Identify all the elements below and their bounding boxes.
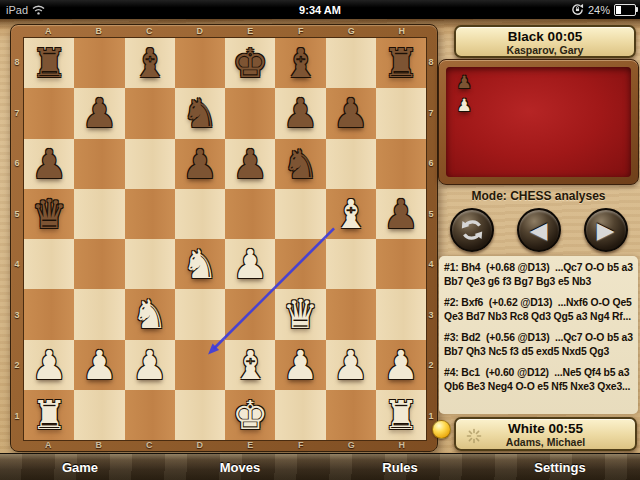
file-label: F [276, 25, 327, 37]
square-g5[interactable]: ♝ [326, 189, 376, 239]
file-label: E [225, 25, 276, 37]
square-f6[interactable]: ♞ [275, 139, 325, 189]
analysis-line-4[interactable]: #4: Bc1 (+0.60 @D12) ...Ne5 Qf4 b5 a3 Qb… [444, 366, 634, 393]
piece-white-knight[interactable]: ♞ [175, 239, 225, 289]
piece-black-pawn[interactable]: ♟ [24, 139, 74, 189]
file-label: G [326, 25, 377, 37]
square-h4[interactable] [376, 239, 426, 289]
piece-white-king[interactable]: ♚ [225, 390, 275, 440]
piece-black-pawn[interactable]: ♟ [275, 88, 325, 138]
square-a8[interactable]: ♜ [24, 38, 74, 88]
square-c8[interactable]: ♝ [125, 38, 175, 88]
captured-white-pawn: ♟ [453, 95, 475, 116]
black-clock-label: Black 00:05 [456, 29, 634, 44]
piece-white-pawn[interactable]: ♟ [74, 340, 124, 390]
square-c1[interactable] [125, 390, 175, 440]
square-b8[interactable] [74, 38, 124, 88]
square-g3[interactable] [326, 289, 376, 339]
piece-black-bishop[interactable]: ♝ [275, 38, 325, 88]
square-a1[interactable]: ♜ [24, 390, 74, 440]
square-d3[interactable] [175, 289, 225, 339]
analysis-line-1[interactable]: #1: Bh4 (+0.68 @D13) ...Qc7 O-O b5 a3 Bb… [444, 261, 634, 288]
square-a3[interactable] [24, 289, 74, 339]
piece-black-pawn[interactable]: ♟ [326, 88, 376, 138]
square-e8[interactable]: ♚ [225, 38, 275, 88]
black-player-name: Kasparov, Gary [456, 44, 634, 56]
battery-icon [614, 4, 636, 16]
square-h5[interactable]: ♟ [376, 189, 426, 239]
toolbar-rules-button[interactable]: Rules [320, 454, 480, 480]
square-h8[interactable]: ♜ [376, 38, 426, 88]
square-f8[interactable]: ♝ [275, 38, 325, 88]
square-a5[interactable]: ♛ [24, 189, 74, 239]
analysis-line-3[interactable]: #3: Bd2 (+0.56 @D13) ...Qc7 O-O b5 a3 Bb… [444, 331, 634, 358]
square-b3[interactable] [74, 289, 124, 339]
bottom-toolbar: Game Moves Rules Settings [0, 453, 640, 480]
battery-nub [636, 7, 638, 12]
piece-white-pawn[interactable]: ♟ [225, 239, 275, 289]
square-a7[interactable] [24, 88, 74, 138]
white-player-name: Adams, Michael [456, 436, 635, 448]
square-d7[interactable]: ♞ [175, 88, 225, 138]
square-d1[interactable] [175, 390, 225, 440]
captured-black-pawn: ♟ [453, 72, 475, 93]
toolbar-settings-button[interactable]: Settings [480, 454, 640, 480]
file-label: C [124, 25, 175, 37]
white-turn-indicator [432, 420, 451, 439]
square-a2[interactable]: ♟ [24, 340, 74, 390]
piece-black-rook[interactable]: ♜ [376, 38, 426, 88]
square-c7[interactable] [125, 88, 175, 138]
square-e7[interactable] [225, 88, 275, 138]
square-h2[interactable]: ♟ [376, 340, 426, 390]
piece-black-pawn[interactable]: ♟ [225, 139, 275, 189]
square-d6[interactable]: ♟ [175, 139, 225, 189]
piece-white-pawn[interactable]: ♟ [376, 340, 426, 390]
black-clock-plaque[interactable]: Black 00:05 Kasparov, Gary [454, 25, 636, 58]
square-f5[interactable] [275, 189, 325, 239]
square-e3[interactable] [225, 289, 275, 339]
board-squares: ♜♝♚♝♜♟♞♟♟♟♟♟♞♛♝♟♞♟♞♛♟♟♟♝♟♟♟♜♚♜ [23, 37, 427, 441]
piece-black-knight[interactable]: ♞ [275, 139, 325, 189]
piece-white-pawn[interactable]: ♟ [275, 340, 325, 390]
chess-board-frame: ABCDEFGH ABCDEFGH 87654321 87654321 ♜♝♚♝… [10, 24, 438, 452]
analysis-list: #1: Bh4 (+0.68 @D13) ...Qc7 O-O b5 a3 Bb… [439, 256, 638, 414]
piece-black-bishop[interactable]: ♝ [125, 38, 175, 88]
rank-label: 3 [11, 290, 23, 341]
piece-black-knight[interactable]: ♞ [175, 88, 225, 138]
square-d5[interactable] [175, 189, 225, 239]
battery-fill [616, 6, 621, 14]
rotate-button[interactable] [450, 208, 494, 252]
square-c3[interactable]: ♞ [125, 289, 175, 339]
analysis-controls: ◀ ▶ [437, 208, 640, 254]
square-a6[interactable]: ♟ [24, 139, 74, 189]
piece-white-pawn[interactable]: ♟ [125, 340, 175, 390]
back-triangle-icon: ◀ [530, 219, 548, 242]
toolbar-moves-button[interactable]: Moves [160, 454, 320, 480]
rank-label: 4 [11, 239, 23, 290]
square-h1[interactable]: ♜ [376, 390, 426, 440]
square-e4[interactable]: ♟ [225, 239, 275, 289]
square-g4[interactable] [326, 239, 376, 289]
square-h6[interactable] [376, 139, 426, 189]
square-d8[interactable] [175, 38, 225, 88]
spinner-icon [466, 428, 482, 444]
piece-black-king[interactable]: ♚ [225, 38, 275, 88]
rotation-lock-icon [571, 3, 584, 16]
file-label: H [377, 25, 428, 37]
square-c4[interactable] [125, 239, 175, 289]
rank-label: 7 [11, 88, 23, 139]
piece-white-pawn[interactable]: ♟ [326, 340, 376, 390]
rotate-icon [459, 217, 485, 243]
white-clock-plaque[interactable]: White 00:55 Adams, Michael [454, 417, 637, 451]
square-b1[interactable] [74, 390, 124, 440]
analysis-line-2[interactable]: #2: Bxf6 (+0.62 @D13) ...Nxf6 O-O Qe5 Qe… [444, 296, 634, 323]
square-b7[interactable]: ♟ [74, 88, 124, 138]
square-g1[interactable] [326, 390, 376, 440]
square-g2[interactable]: ♟ [326, 340, 376, 390]
piece-black-pawn[interactable]: ♟ [74, 88, 124, 138]
tray-felt: ♟♟ [446, 67, 631, 177]
square-c2[interactable]: ♟ [125, 340, 175, 390]
square-b2[interactable]: ♟ [74, 340, 124, 390]
square-e2[interactable]: ♝ [225, 340, 275, 390]
file-label: A [23, 25, 74, 37]
file-label: B [74, 25, 125, 37]
rank-label: 2 [11, 340, 23, 391]
white-clock-label: White 00:55 [456, 421, 635, 436]
square-a4[interactable] [24, 239, 74, 289]
captured-pieces-stack: ♟♟ [446, 70, 475, 116]
rank-label: 8 [11, 37, 23, 88]
clock-time: 9:34 AM [0, 4, 640, 16]
piece-black-queen[interactable]: ♛ [24, 189, 74, 239]
square-c6[interactable] [125, 139, 175, 189]
square-g7[interactable]: ♟ [326, 88, 376, 138]
square-g8[interactable] [326, 38, 376, 88]
forward-button[interactable]: ▶ [584, 208, 628, 252]
square-f2[interactable]: ♟ [275, 340, 325, 390]
piece-white-bishop[interactable]: ♝ [225, 340, 275, 390]
forward-triangle-icon: ▶ [597, 219, 615, 242]
piece-white-rook[interactable]: ♜ [376, 390, 426, 440]
piece-white-rook[interactable]: ♜ [24, 390, 74, 440]
piece-white-queen[interactable]: ♛ [275, 289, 325, 339]
square-e6[interactable]: ♟ [225, 139, 275, 189]
piece-white-knight[interactable]: ♞ [125, 289, 175, 339]
captured-pieces-tray: ♟♟ [438, 59, 639, 185]
square-e1[interactable]: ♚ [225, 390, 275, 440]
piece-black-pawn[interactable]: ♟ [175, 139, 225, 189]
piece-white-pawn[interactable]: ♟ [24, 340, 74, 390]
rank-labels-left: 87654321 [11, 37, 23, 441]
status-bar: iPad 9:34 AM 24% [0, 0, 640, 19]
square-h7[interactable] [376, 88, 426, 138]
rank-label: 6 [11, 138, 23, 189]
square-c5[interactable] [125, 189, 175, 239]
mode-label: Mode: CHESS analyses [437, 189, 640, 203]
square-b5[interactable] [74, 189, 124, 239]
piece-white-bishop[interactable]: ♝ [326, 189, 376, 239]
rank-label: 5 [11, 189, 23, 240]
square-b6[interactable] [74, 139, 124, 189]
square-g6[interactable] [326, 139, 376, 189]
piece-black-rook[interactable]: ♜ [24, 38, 74, 88]
square-f1[interactable] [275, 390, 325, 440]
square-d2[interactable] [175, 340, 225, 390]
battery-percent-label: 24% [588, 4, 610, 16]
app-screen: iPad 9:34 AM 24% ABCDEFGH A [0, 0, 640, 480]
square-e5[interactable] [225, 189, 275, 239]
rank-label: 1 [11, 391, 23, 442]
toolbar-game-button[interactable]: Game [0, 454, 160, 480]
file-labels-top: ABCDEFGH [23, 25, 427, 37]
square-b4[interactable] [74, 239, 124, 289]
square-f7[interactable]: ♟ [275, 88, 325, 138]
file-label: D [175, 25, 226, 37]
square-f4[interactable] [275, 239, 325, 289]
square-d4[interactable]: ♞ [175, 239, 225, 289]
square-h3[interactable] [376, 289, 426, 339]
back-button[interactable]: ◀ [517, 208, 561, 252]
piece-black-pawn[interactable]: ♟ [376, 189, 426, 239]
square-f3[interactable]: ♛ [275, 289, 325, 339]
side-panel: Black 00:05 Kasparov, Gary ♟♟ Mode: CHES… [437, 19, 640, 453]
